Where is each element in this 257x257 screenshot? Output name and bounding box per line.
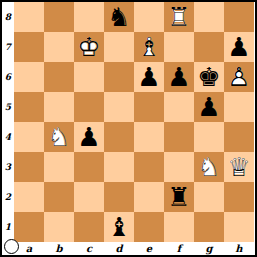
square-c5[interactable] bbox=[74, 92, 104, 122]
square-d3[interactable] bbox=[104, 152, 134, 182]
piece-white-king[interactable]: ♚♔ bbox=[74, 32, 104, 62]
square-c1[interactable] bbox=[74, 212, 104, 242]
square-h2[interactable] bbox=[224, 182, 254, 212]
piece-black-pawn[interactable]: ♟ bbox=[164, 62, 194, 92]
square-a8[interactable] bbox=[14, 2, 44, 32]
square-a4[interactable] bbox=[14, 122, 44, 152]
knight-glyph-outline: ♘ bbox=[44, 122, 74, 152]
square-f8[interactable]: ♜♖ bbox=[164, 2, 194, 32]
piece-black-pawn[interactable]: ♟ bbox=[74, 122, 104, 152]
piece-white-knight[interactable]: ♞♘ bbox=[44, 122, 74, 152]
rook-glyph-outline: ♖ bbox=[164, 2, 194, 32]
square-c4[interactable]: ♟ bbox=[74, 122, 104, 152]
square-d6[interactable] bbox=[104, 62, 134, 92]
rank-label-3: 3 bbox=[2, 152, 14, 182]
square-c3[interactable] bbox=[74, 152, 104, 182]
square-f5[interactable] bbox=[164, 92, 194, 122]
square-e8[interactable] bbox=[134, 2, 164, 32]
king-glyph-fill: ♚ bbox=[194, 62, 224, 92]
file-label-g: g bbox=[194, 242, 224, 255]
rank-label-2: 2 bbox=[2, 182, 14, 212]
square-d2[interactable] bbox=[104, 182, 134, 212]
rook-glyph-fill: ♜ bbox=[164, 182, 194, 212]
square-b5[interactable] bbox=[44, 92, 74, 122]
square-b4[interactable]: ♞♘ bbox=[44, 122, 74, 152]
knight-glyph-fill: ♞ bbox=[104, 2, 134, 32]
square-g3[interactable]: ♞♘ bbox=[194, 152, 224, 182]
square-e5[interactable] bbox=[134, 92, 164, 122]
square-c7[interactable]: ♚♔ bbox=[74, 32, 104, 62]
file-label-d: d bbox=[104, 242, 134, 255]
square-g6[interactable]: ♚ bbox=[194, 62, 224, 92]
square-b2[interactable] bbox=[44, 182, 74, 212]
square-c8[interactable] bbox=[74, 2, 104, 32]
piece-black-pawn[interactable]: ♟ bbox=[224, 32, 254, 62]
square-e6[interactable]: ♟ bbox=[134, 62, 164, 92]
piece-black-knight[interactable]: ♞ bbox=[104, 2, 134, 32]
square-a2[interactable] bbox=[14, 182, 44, 212]
pawn-glyph-fill: ♟ bbox=[194, 92, 224, 122]
file-label-b: b bbox=[44, 242, 74, 255]
pawn-glyph-fill: ♟ bbox=[224, 32, 254, 62]
knight-glyph-outline: ♘ bbox=[194, 152, 224, 182]
square-f2[interactable]: ♜ bbox=[164, 182, 194, 212]
piece-black-rook[interactable]: ♜ bbox=[164, 182, 194, 212]
square-a6[interactable] bbox=[14, 62, 44, 92]
square-b8[interactable] bbox=[44, 2, 74, 32]
bishop-glyph-outline: ♗ bbox=[134, 32, 164, 62]
square-f6[interactable]: ♟ bbox=[164, 62, 194, 92]
square-f1[interactable] bbox=[164, 212, 194, 242]
queen-glyph-outline: ♕ bbox=[224, 152, 254, 182]
chess-board-frame: 8♞♜♖7♚♔♝♗♟6♟♟♚♟♙5♟4♞♘♟3♞♘♛♕2♜1♝abcdefgh bbox=[0, 0, 257, 257]
file-label-h: h bbox=[224, 242, 254, 255]
square-b3[interactable] bbox=[44, 152, 74, 182]
pawn-glyph-outline: ♙ bbox=[224, 62, 254, 92]
square-a3[interactable] bbox=[14, 152, 44, 182]
square-d7[interactable] bbox=[104, 32, 134, 62]
square-g4[interactable] bbox=[194, 122, 224, 152]
piece-white-pawn[interactable]: ♟♙ bbox=[224, 62, 254, 92]
square-e4[interactable] bbox=[134, 122, 164, 152]
square-g2[interactable] bbox=[194, 182, 224, 212]
square-g1[interactable] bbox=[194, 212, 224, 242]
square-h5[interactable] bbox=[224, 92, 254, 122]
piece-black-pawn[interactable]: ♟ bbox=[134, 62, 164, 92]
king-glyph-outline: ♔ bbox=[74, 32, 104, 62]
square-f3[interactable] bbox=[164, 152, 194, 182]
rank-label-4: 4 bbox=[2, 122, 14, 152]
square-e2[interactable] bbox=[134, 182, 164, 212]
pawn-glyph-fill: ♟ bbox=[134, 62, 164, 92]
piece-black-pawn[interactable]: ♟ bbox=[194, 92, 224, 122]
file-label-e: e bbox=[134, 242, 164, 255]
piece-black-king[interactable]: ♚ bbox=[194, 62, 224, 92]
square-f4[interactable] bbox=[164, 122, 194, 152]
rank-label-6: 6 bbox=[2, 62, 14, 92]
square-f7[interactable] bbox=[164, 32, 194, 62]
square-h6[interactable]: ♟♙ bbox=[224, 62, 254, 92]
square-b1[interactable] bbox=[44, 212, 74, 242]
piece-white-queen[interactable]: ♛♕ bbox=[224, 152, 254, 182]
square-b6[interactable] bbox=[44, 62, 74, 92]
rank-label-5: 5 bbox=[2, 92, 14, 122]
square-c2[interactable] bbox=[74, 182, 104, 212]
square-h3[interactable]: ♛♕ bbox=[224, 152, 254, 182]
square-a1[interactable] bbox=[14, 212, 44, 242]
file-label-c: c bbox=[74, 242, 104, 255]
rank-label-8: 8 bbox=[2, 2, 14, 32]
square-d5[interactable] bbox=[104, 92, 134, 122]
rank-label-1: 1 bbox=[2, 212, 14, 242]
pawn-glyph-fill: ♟ bbox=[164, 62, 194, 92]
piece-white-rook[interactable]: ♜♖ bbox=[164, 2, 194, 32]
square-c6[interactable] bbox=[74, 62, 104, 92]
board: 8♞♜♖7♚♔♝♗♟6♟♟♚♟♙5♟4♞♘♟3♞♘♛♕2♜1♝abcdefgh bbox=[2, 2, 255, 255]
square-g5[interactable]: ♟ bbox=[194, 92, 224, 122]
square-e7[interactable]: ♝♗ bbox=[134, 32, 164, 62]
square-d8[interactable]: ♞ bbox=[104, 2, 134, 32]
square-e1[interactable] bbox=[134, 212, 164, 242]
square-e3[interactable] bbox=[134, 152, 164, 182]
square-d1[interactable]: ♝ bbox=[104, 212, 134, 242]
square-h4[interactable] bbox=[224, 122, 254, 152]
bishop-glyph-fill: ♝ bbox=[104, 212, 134, 242]
square-b7[interactable] bbox=[44, 32, 74, 62]
square-h8[interactable] bbox=[224, 2, 254, 32]
square-g7[interactable] bbox=[194, 32, 224, 62]
square-d4[interactable] bbox=[104, 122, 134, 152]
square-h1[interactable] bbox=[224, 212, 254, 242]
square-g8[interactable] bbox=[194, 2, 224, 32]
piece-white-bishop[interactable]: ♝♗ bbox=[134, 32, 164, 62]
rank-label-7: 7 bbox=[2, 32, 14, 62]
square-a5[interactable] bbox=[14, 92, 44, 122]
square-h7[interactable]: ♟ bbox=[224, 32, 254, 62]
piece-black-bishop[interactable]: ♝ bbox=[104, 212, 134, 242]
file-label-f: f bbox=[164, 242, 194, 255]
turn-indicator-white bbox=[4, 239, 19, 254]
pawn-glyph-fill: ♟ bbox=[74, 122, 104, 152]
piece-white-knight[interactable]: ♞♘ bbox=[194, 152, 224, 182]
square-a7[interactable] bbox=[14, 32, 44, 62]
